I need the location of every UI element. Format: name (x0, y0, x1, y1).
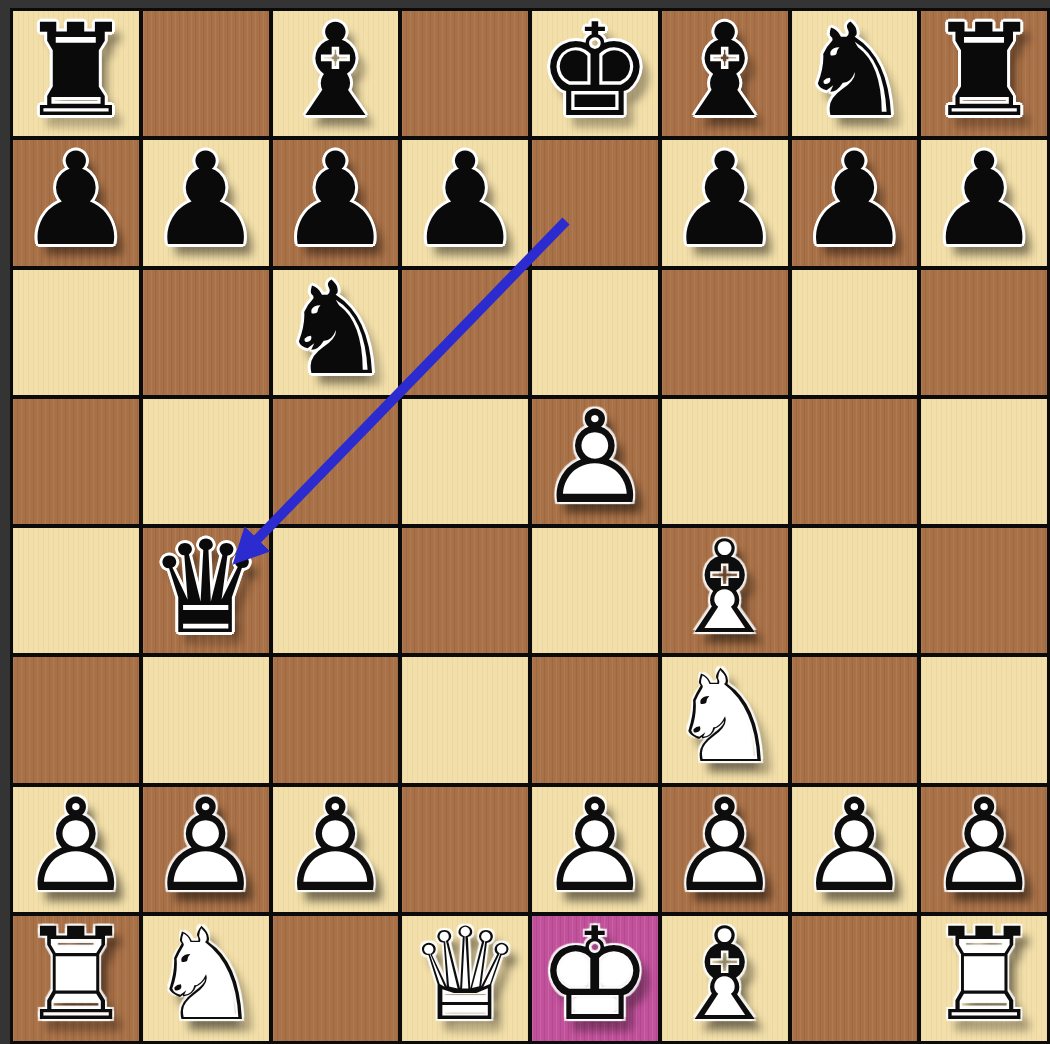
piece-outline-glyph: ♙ (13, 784, 139, 909)
square-b5[interactable] (143, 399, 269, 524)
piece-glyph: ♜ (13, 8, 139, 133)
square-a7[interactable]: ♟ (13, 140, 139, 265)
square-a6[interactable] (13, 270, 139, 395)
piece-black-pawn[interactable]: ♟ (792, 140, 918, 265)
piece-black-queen[interactable]: ♛ (143, 528, 269, 653)
square-a3[interactable] (13, 657, 139, 782)
piece-white-king[interactable]: ♚♔ (532, 916, 658, 1041)
piece-white-pawn[interactable]: ♟♙ (532, 787, 658, 912)
piece-outline-glyph: ♙ (273, 784, 399, 909)
piece-black-bishop[interactable]: ♝ (273, 11, 399, 136)
square-e6[interactable] (532, 270, 658, 395)
square-b3[interactable] (143, 657, 269, 782)
square-f5[interactable] (662, 399, 788, 524)
piece-outline-glyph: ♙ (792, 784, 918, 909)
square-f7[interactable]: ♟ (662, 140, 788, 265)
piece-glyph: ♟ (662, 137, 788, 262)
square-e1[interactable]: ♚♔ (532, 916, 658, 1041)
piece-glyph: ♝ (273, 8, 399, 133)
square-c2[interactable]: ♟♙ (273, 787, 399, 912)
square-e8[interactable]: ♚ (532, 11, 658, 136)
piece-white-rook[interactable]: ♜♖ (13, 916, 139, 1041)
square-g5[interactable] (792, 399, 918, 524)
square-g1[interactable] (792, 916, 918, 1041)
square-e4[interactable] (532, 528, 658, 653)
square-b4[interactable]: ♛ (143, 528, 269, 653)
square-c3[interactable] (273, 657, 399, 782)
square-b2[interactable]: ♟♙ (143, 787, 269, 912)
piece-outline-glyph: ♗ (662, 525, 788, 650)
piece-black-pawn[interactable]: ♟ (273, 140, 399, 265)
square-c8[interactable]: ♝ (273, 11, 399, 136)
square-e2[interactable]: ♟♙ (532, 787, 658, 912)
square-g6[interactable] (792, 270, 918, 395)
square-f2[interactable]: ♟♙ (662, 787, 788, 912)
square-b8[interactable] (143, 11, 269, 136)
piece-black-knight[interactable]: ♞ (792, 11, 918, 136)
piece-black-pawn[interactable]: ♟ (13, 140, 139, 265)
square-h7[interactable]: ♟ (921, 140, 1047, 265)
piece-white-queen[interactable]: ♛♕ (402, 916, 528, 1041)
piece-black-pawn[interactable]: ♟ (402, 140, 528, 265)
square-d7[interactable]: ♟ (402, 140, 528, 265)
square-d8[interactable] (402, 11, 528, 136)
square-h1[interactable]: ♜♖ (921, 916, 1047, 1041)
square-f3[interactable]: ♞♘ (662, 657, 788, 782)
piece-black-knight[interactable]: ♞ (273, 270, 399, 395)
square-e7[interactable] (532, 140, 658, 265)
piece-glyph: ♝ (662, 8, 788, 133)
square-f8[interactable]: ♝ (662, 11, 788, 136)
square-d6[interactable] (402, 270, 528, 395)
piece-glyph: ♟ (402, 137, 528, 262)
square-g8[interactable]: ♞ (792, 11, 918, 136)
piece-glyph: ♟ (13, 137, 139, 262)
square-a8[interactable]: ♜ (13, 11, 139, 136)
square-c7[interactable]: ♟ (273, 140, 399, 265)
square-h3[interactable] (921, 657, 1047, 782)
square-d5[interactable] (402, 399, 528, 524)
chess-board: ♜♝♚♝♞♜♟♟♟♟♟♟♟♞♟♙♛♝♗♞♘♟♙♟♙♟♙♟♙♟♙♟♙♟♙♜♖♞♘♛… (10, 8, 1050, 1044)
piece-glyph: ♟ (273, 137, 399, 262)
piece-black-bishop[interactable]: ♝ (662, 11, 788, 136)
square-h5[interactable] (921, 399, 1047, 524)
piece-black-rook[interactable]: ♜ (921, 11, 1047, 136)
square-d1[interactable]: ♛♕ (402, 916, 528, 1041)
square-c5[interactable] (273, 399, 399, 524)
square-a1[interactable]: ♜♖ (13, 916, 139, 1041)
piece-glyph: ♞ (792, 8, 918, 133)
piece-outline-glyph: ♖ (921, 913, 1047, 1038)
piece-outline-glyph: ♘ (662, 654, 788, 779)
square-b1[interactable]: ♞♘ (143, 916, 269, 1041)
piece-white-pawn[interactable]: ♟♙ (273, 787, 399, 912)
piece-white-pawn[interactable]: ♟♙ (792, 787, 918, 912)
square-c4[interactable] (273, 528, 399, 653)
piece-outline-glyph: ♕ (402, 913, 528, 1038)
square-f4[interactable]: ♝♗ (662, 528, 788, 653)
square-h8[interactable]: ♜ (921, 11, 1047, 136)
piece-outline-glyph: ♗ (662, 913, 788, 1038)
piece-black-king[interactable]: ♚ (532, 11, 658, 136)
piece-outline-glyph: ♙ (143, 784, 269, 909)
piece-glyph: ♟ (792, 137, 918, 262)
square-f1[interactable]: ♝♗ (662, 916, 788, 1041)
piece-black-pawn[interactable]: ♟ (662, 140, 788, 265)
piece-black-rook[interactable]: ♜ (13, 11, 139, 136)
piece-white-bishop[interactable]: ♝♗ (662, 528, 788, 653)
square-f6[interactable] (662, 270, 788, 395)
piece-white-pawn[interactable]: ♟♙ (13, 787, 139, 912)
piece-white-pawn[interactable]: ♟♙ (662, 787, 788, 912)
piece-outline-glyph: ♙ (532, 396, 658, 521)
piece-outline-glyph: ♙ (532, 784, 658, 909)
piece-white-bishop[interactable]: ♝♗ (662, 916, 788, 1041)
square-e3[interactable] (532, 657, 658, 782)
piece-outline-glyph: ♙ (662, 784, 788, 909)
square-h6[interactable] (921, 270, 1047, 395)
piece-glyph: ♛ (143, 525, 269, 650)
square-g7[interactable]: ♟ (792, 140, 918, 265)
square-d2[interactable] (402, 787, 528, 912)
piece-white-pawn[interactable]: ♟♙ (143, 787, 269, 912)
piece-white-rook[interactable]: ♜♖ (921, 916, 1047, 1041)
piece-glyph: ♟ (143, 137, 269, 262)
square-a2[interactable]: ♟♙ (13, 787, 139, 912)
piece-outline-glyph: ♘ (143, 913, 269, 1038)
square-b6[interactable] (143, 270, 269, 395)
piece-black-pawn[interactable]: ♟ (921, 140, 1047, 265)
piece-glyph: ♟ (921, 137, 1047, 262)
square-g4[interactable] (792, 528, 918, 653)
square-d3[interactable] (402, 657, 528, 782)
piece-outline-glyph: ♖ (13, 913, 139, 1038)
square-b7[interactable]: ♟ (143, 140, 269, 265)
square-g3[interactable] (792, 657, 918, 782)
piece-glyph: ♞ (273, 267, 399, 392)
square-a5[interactable] (13, 399, 139, 524)
piece-outline-glyph: ♙ (921, 784, 1047, 909)
square-c6[interactable]: ♞ (273, 270, 399, 395)
board-frame-left (0, 0, 10, 1044)
piece-white-knight[interactable]: ♞♘ (143, 916, 269, 1041)
piece-white-knight[interactable]: ♞♘ (662, 657, 788, 782)
piece-black-pawn[interactable]: ♟ (143, 140, 269, 265)
square-g2[interactable]: ♟♙ (792, 787, 918, 912)
square-h4[interactable] (921, 528, 1047, 653)
square-c1[interactable] (273, 916, 399, 1041)
piece-outline-glyph: ♔ (532, 913, 658, 1038)
square-h2[interactable]: ♟♙ (921, 787, 1047, 912)
square-d4[interactable] (402, 528, 528, 653)
piece-white-pawn[interactable]: ♟♙ (532, 399, 658, 524)
square-e5[interactable]: ♟♙ (532, 399, 658, 524)
piece-glyph: ♚ (532, 8, 658, 133)
piece-glyph: ♜ (921, 8, 1047, 133)
piece-white-pawn[interactable]: ♟♙ (921, 787, 1047, 912)
square-a4[interactable] (13, 528, 139, 653)
